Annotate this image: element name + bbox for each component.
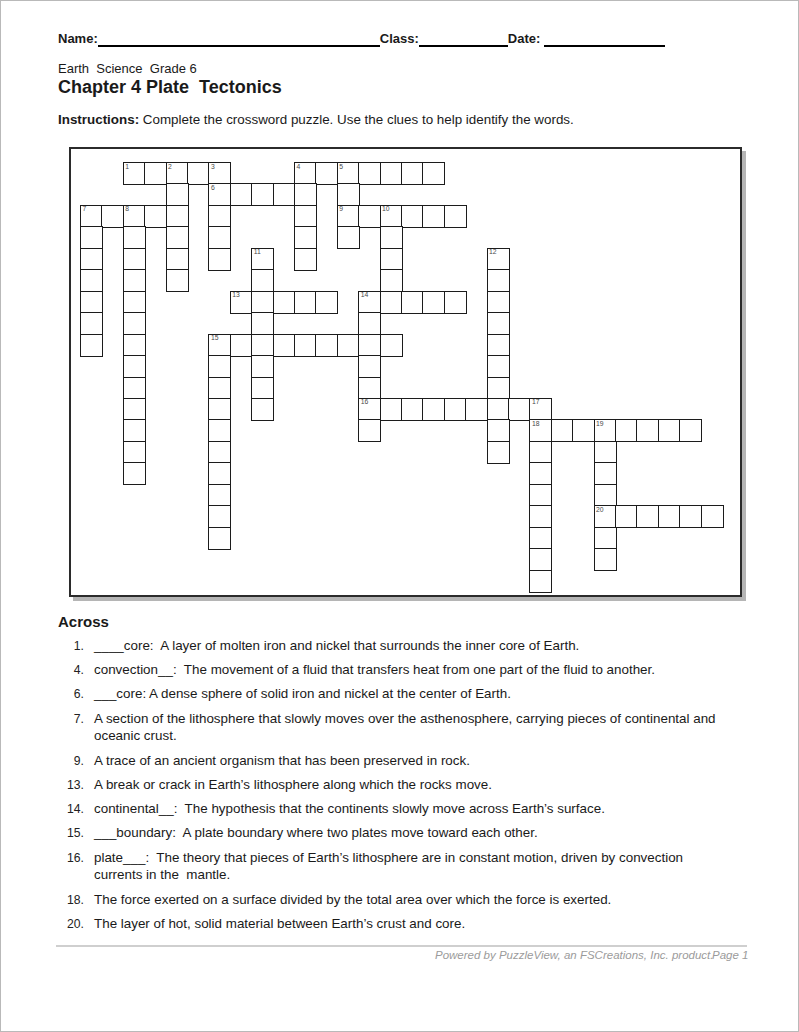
name-label: Name: — [58, 31, 98, 47]
grid-cell-r5c19[interactable] — [487, 269, 510, 292]
grid-cell-r16c24[interactable]: 20 — [594, 505, 617, 528]
grid-cell-r12c25[interactable] — [615, 419, 638, 442]
grid-cell-r8c13[interactable] — [358, 334, 381, 357]
grid-cell-r16c28[interactable] — [679, 505, 702, 528]
across-clue-13: 13.A break or crack in Earth’s lithosphe… — [58, 776, 730, 794]
grid-cell-r12c23[interactable] — [572, 419, 595, 442]
grid-cell-r13c2[interactable] — [123, 441, 146, 464]
grid-cell-r8c8[interactable] — [251, 334, 274, 357]
grid-cell-r6c7[interactable]: 13 — [230, 291, 253, 314]
grid-cell-r3c0[interactable] — [80, 226, 103, 249]
cell-number-1: 1 — [125, 164, 129, 171]
cell-number-3: 3 — [211, 164, 215, 171]
grid-cell-r6c14[interactable] — [380, 291, 403, 314]
cell-number-7: 7 — [83, 206, 87, 213]
grid-cell-r10c8[interactable] — [251, 377, 274, 400]
grid-cell-r0c3[interactable] — [144, 162, 167, 185]
grid-cell-r8c6[interactable]: 15 — [208, 334, 231, 357]
clue-number-label: 16. — [58, 850, 84, 866]
grid-cell-r12c13[interactable] — [358, 419, 381, 442]
crossword-grid: 1234567891011121314151617181920 — [69, 147, 742, 597]
grid-cell-r7c19[interactable] — [487, 312, 510, 335]
grid-cell-r5c2[interactable] — [123, 269, 146, 292]
across-clue-14: 14.continental__: The hypothesis that th… — [58, 800, 730, 818]
grid-cell-r0c16[interactable] — [422, 162, 445, 185]
instructions-label: Instructions: — [58, 112, 139, 127]
grid-cell-r6c10[interactable] — [294, 291, 317, 314]
footer-divider — [56, 945, 747, 947]
grid-cell-r7c8[interactable] — [251, 312, 274, 335]
grid-cell-r4c0[interactable] — [80, 248, 103, 271]
grid-cell-r11c21[interactable]: 17 — [529, 398, 552, 421]
grid-cell-r15c6[interactable] — [208, 484, 231, 507]
clue-text: ____core: A layer of molten iron and nic… — [94, 638, 579, 653]
grid-cell-r13c6[interactable] — [208, 441, 231, 464]
grid-cell-r9c8[interactable] — [251, 355, 274, 378]
grid-cell-r8c11[interactable] — [315, 334, 338, 357]
across-clue-9: 9.A trace of an ancient organism that ha… — [58, 752, 730, 770]
grid-cell-r16c27[interactable] — [658, 505, 681, 528]
across-clue-1: 1.____core: A layer of molten iron and n… — [58, 637, 730, 655]
grid-cell-r6c19[interactable] — [487, 291, 510, 314]
grid-cell-r5c14[interactable] — [380, 269, 403, 292]
grid-cell-r8c9[interactable] — [273, 334, 296, 357]
grid-cell-r7c2[interactable] — [123, 312, 146, 335]
grid-cell-r16c25[interactable] — [615, 505, 638, 528]
grid-cell-r2c13[interactable] — [358, 205, 381, 228]
grid-cell-r6c9[interactable] — [273, 291, 296, 314]
footer-page-number: Page 1 — [712, 949, 748, 961]
grid-cell-r9c13[interactable] — [358, 355, 381, 378]
grid-cell-r0c4[interactable]: 2 — [166, 162, 189, 185]
clue-number-label: 9. — [58, 753, 84, 769]
grid-cell-r13c24[interactable] — [594, 441, 617, 464]
clue-text: The layer of hot, solid material between… — [94, 916, 465, 931]
grid-cell-r9c19[interactable] — [487, 355, 510, 378]
cell-number-8: 8 — [125, 206, 129, 213]
grid-cell-r10c19[interactable] — [487, 377, 510, 400]
name-blank-line[interactable] — [98, 30, 380, 47]
instructions-text: Complete the crossword puzzle. Use the c… — [139, 112, 574, 127]
clue-number-label: 18. — [58, 892, 84, 908]
class-label: Class: — [380, 31, 419, 47]
worksheet-page: Name: Class: Date: Earth Science Grade 6… — [0, 0, 799, 1032]
grid-cell-r12c2[interactable] — [123, 419, 146, 442]
grid-cell-r12c22[interactable] — [551, 419, 574, 442]
grid-cell-r11c20[interactable] — [508, 398, 531, 421]
grid-cell-r2c17[interactable] — [444, 205, 467, 228]
page-title: Chapter 4 Plate Tectonics — [58, 77, 282, 98]
grid-cell-r12c19[interactable] — [487, 419, 510, 442]
grid-cell-r11c6[interactable] — [208, 398, 231, 421]
grid-cell-r5c0[interactable] — [80, 269, 103, 292]
grid-cell-r3c12[interactable] — [337, 226, 360, 249]
clue-text: A trace of an ancient organism that has … — [94, 753, 470, 768]
cell-number-5: 5 — [339, 164, 343, 171]
grid-cell-r14c21[interactable] — [529, 462, 552, 485]
grid-cell-r8c14[interactable] — [380, 334, 403, 357]
across-heading: Across — [58, 613, 109, 630]
grid-cell-r0c14[interactable] — [380, 162, 403, 185]
cell-number-20: 20 — [596, 507, 604, 514]
class-blank-line[interactable] — [419, 30, 508, 47]
clue-number-label: 13. — [58, 777, 84, 793]
grid-cell-r1c6[interactable]: 6 — [208, 183, 231, 206]
grid-cell-r17c6[interactable] — [208, 527, 231, 550]
grid-cell-r16c21[interactable] — [529, 505, 552, 528]
clue-number-label: 20. — [58, 916, 84, 932]
cell-number-13: 13 — [232, 292, 240, 299]
grid-cell-r6c15[interactable] — [401, 291, 424, 314]
clue-text: A section of the lithosphere that slowly… — [94, 711, 719, 744]
grid-cell-r2c3[interactable] — [144, 205, 167, 228]
grid-cell-r0c12[interactable]: 5 — [337, 162, 360, 185]
clue-text: plate___: The theory that pieces of Eart… — [94, 850, 687, 883]
grid-cell-r2c6[interactable] — [208, 205, 231, 228]
grid-cell-r8c7[interactable] — [230, 334, 253, 357]
across-clue-6: 6.___core: A dense sphere of solid iron … — [58, 685, 730, 703]
grid-cell-r11c18[interactable] — [465, 398, 488, 421]
cell-number-10: 10 — [382, 206, 390, 213]
cell-number-4: 4 — [297, 164, 301, 171]
grid-cell-r12c21[interactable]: 18 — [529, 419, 552, 442]
cell-number-14: 14 — [361, 292, 369, 299]
grid-cell-r4c8[interactable]: 11 — [251, 248, 274, 271]
grid-cell-r2c14[interactable]: 10 — [380, 205, 403, 228]
grid-cell-r1c8[interactable] — [251, 183, 274, 206]
grid-cell-r2c16[interactable] — [422, 205, 445, 228]
grid-cell-r9c6[interactable] — [208, 355, 231, 378]
grid-cell-r13c19[interactable] — [487, 441, 510, 464]
grid-cell-r16c6[interactable] — [208, 505, 231, 528]
grid-cell-r5c4[interactable] — [166, 269, 189, 292]
grid-cell-r4c10[interactable] — [294, 248, 317, 271]
grid-cell-r6c0[interactable] — [80, 291, 103, 314]
clue-text: A break or crack in Earth’s lithosphere … — [94, 777, 492, 792]
cell-number-9: 9 — [339, 206, 343, 213]
date-blank-line[interactable] — [544, 30, 665, 47]
name-class-date-row: Name: Class: Date: — [58, 30, 688, 47]
across-clue-4: 4.convection__: The movement of a fluid … — [58, 661, 730, 679]
grid-cell-r0c6[interactable]: 3 — [208, 162, 231, 185]
grid-cell-r14c6[interactable] — [208, 462, 231, 485]
clue-text: ___core: A dense sphere of solid iron an… — [94, 686, 511, 701]
grid-cell-r8c10[interactable] — [294, 334, 317, 357]
grid-cell-r6c8[interactable] — [251, 291, 274, 314]
grid-cell-r6c17[interactable] — [444, 291, 467, 314]
grid-cell-r8c2[interactable] — [123, 334, 146, 357]
grid-cell-r4c2[interactable] — [123, 248, 146, 271]
grid-cell-r7c0[interactable] — [80, 312, 103, 335]
instructions: Instructions: Complete the crossword puz… — [58, 112, 574, 127]
grid-cell-r1c10[interactable] — [294, 183, 317, 206]
grid-cell-r0c11[interactable] — [315, 162, 338, 185]
grid-cell-r11c15[interactable] — [401, 398, 424, 421]
grid-cell-r17c21[interactable] — [529, 527, 552, 550]
grid-cell-r16c29[interactable] — [701, 505, 724, 528]
course-subtitle: Earth Science Grade 6 — [58, 61, 197, 76]
grid-cell-r14c24[interactable] — [594, 462, 617, 485]
clue-number-label: 6. — [58, 686, 84, 702]
cell-number-15: 15 — [211, 335, 219, 342]
cell-number-18: 18 — [532, 421, 540, 428]
cell-number-19: 19 — [596, 421, 604, 428]
clue-number-label: 15. — [58, 825, 84, 841]
clue-text: The force exerted on a surface divided b… — [94, 892, 611, 907]
grid-cell-r1c4[interactable] — [166, 183, 189, 206]
grid-cell-r2c0[interactable]: 7 — [80, 205, 103, 228]
grid-cell-r0c13[interactable] — [358, 162, 381, 185]
grid-cell-r6c16[interactable] — [422, 291, 445, 314]
grid-cell-r12c27[interactable] — [658, 419, 681, 442]
grid-cell-r11c17[interactable] — [444, 398, 467, 421]
grid-cell-r13c21[interactable] — [529, 441, 552, 464]
grid-cell-r2c1[interactable] — [101, 205, 124, 228]
grid-cell-r15c24[interactable] — [594, 484, 617, 507]
grid-cell-r10c13[interactable] — [358, 377, 381, 400]
grid-cell-r11c14[interactable] — [380, 398, 403, 421]
grid-cell-r4c6[interactable] — [208, 248, 231, 271]
cell-number-2: 2 — [168, 164, 172, 171]
grid-cell-r0c15[interactable] — [401, 162, 424, 185]
grid-cell-r11c13[interactable]: 16 — [358, 398, 381, 421]
grid-cell-r3c2[interactable] — [123, 226, 146, 249]
footer-powered-by: Powered by PuzzleView, an FSCreations, I… — [435, 949, 714, 961]
grid-cell-r12c6[interactable] — [208, 419, 231, 442]
grid-cell-r1c9[interactable] — [273, 183, 296, 206]
date-label: Date: — [508, 31, 541, 47]
grid-cell-r10c2[interactable] — [123, 377, 146, 400]
clue-number-label: 14. — [58, 801, 84, 817]
grid-cell-r11c8[interactable] — [251, 398, 274, 421]
grid-cell-r3c10[interactable] — [294, 226, 317, 249]
grid-cell-r2c10[interactable] — [294, 205, 317, 228]
grid-cell-r3c4[interactable] — [166, 226, 189, 249]
grid-cell-r12c24[interactable]: 19 — [594, 419, 617, 442]
grid-cell-r6c11[interactable] — [315, 291, 338, 314]
grid-cell-r19c21[interactable] — [529, 570, 552, 593]
grid-cell-r6c2[interactable] — [123, 291, 146, 314]
clue-text: convection__: The movement of a fluid th… — [94, 662, 655, 677]
clue-number-label: 1. — [58, 638, 84, 654]
grid-cell-r18c21[interactable] — [529, 548, 552, 571]
grid-cell-r12c28[interactable] — [679, 419, 702, 442]
grid-cell-r10c6[interactable] — [208, 377, 231, 400]
across-clue-7: 7.A section of the lithosphere that slow… — [58, 710, 730, 746]
grid-cell-r11c2[interactable] — [123, 398, 146, 421]
grid-cell-r0c5[interactable] — [187, 162, 210, 185]
grid-cell-r4c4[interactable] — [166, 248, 189, 271]
grid-cell-r1c7[interactable] — [230, 183, 253, 206]
cell-number-6: 6 — [211, 185, 215, 192]
across-clue-20: 20.The layer of hot, solid material betw… — [58, 915, 730, 933]
grid-cell-r16c26[interactable] — [636, 505, 659, 528]
grid-cell-r8c19[interactable] — [487, 334, 510, 357]
across-clues-list: 1.____core: A layer of molten iron and n… — [58, 637, 730, 939]
grid-cell-r2c4[interactable] — [166, 205, 189, 228]
across-clue-16: 16.plate___: The theory that pieces of E… — [58, 849, 730, 885]
clue-text: ___boundary: A plate boundary where two … — [94, 825, 538, 840]
grid-cell-r0c2[interactable]: 1 — [123, 162, 146, 185]
cell-number-11: 11 — [254, 249, 261, 256]
grid-cell-r4c14[interactable] — [380, 248, 403, 271]
grid-cell-r18c24[interactable] — [594, 548, 617, 571]
grid-cell-r9c2[interactable] — [123, 355, 146, 378]
grid-cell-r8c12[interactable] — [337, 334, 360, 357]
grid-cell-r0c10[interactable]: 4 — [294, 162, 317, 185]
grid-cell-r8c0[interactable] — [80, 334, 103, 357]
grid-cell-r2c15[interactable] — [401, 205, 424, 228]
grid-cell-r5c8[interactable] — [251, 269, 274, 292]
clue-number-label: 4. — [58, 662, 84, 678]
grid-cell-r3c14[interactable] — [380, 226, 403, 249]
grid-cell-r15c21[interactable] — [529, 484, 552, 507]
grid-cell-r11c16[interactable] — [422, 398, 445, 421]
across-clue-18: 18.The force exerted on a surface divide… — [58, 891, 730, 909]
cell-number-12: 12 — [489, 249, 497, 256]
clue-number-label: 7. — [58, 711, 84, 727]
grid-cell-r1c12[interactable] — [337, 183, 360, 206]
across-clue-15: 15.___boundary: A plate boundary where t… — [58, 824, 730, 842]
clue-text: continental__: The hypothesis that the c… — [94, 801, 605, 816]
grid-cell-r6c13[interactable]: 14 — [358, 291, 381, 314]
grid-cell-r12c26[interactable] — [636, 419, 659, 442]
cell-number-16: 16 — [361, 399, 369, 406]
grid-cell-r11c19[interactable] — [487, 398, 510, 421]
grid-cell-r7c13[interactable] — [358, 312, 381, 335]
grid-cell-r17c24[interactable] — [594, 527, 617, 550]
grid-cell-r3c6[interactable] — [208, 226, 231, 249]
grid-cell-r14c2[interactable] — [123, 462, 146, 485]
cell-number-17: 17 — [532, 399, 540, 406]
grid-cell-r2c12[interactable]: 9 — [337, 205, 360, 228]
grid-cell-r2c2[interactable]: 8 — [123, 205, 146, 228]
grid-cell-r4c19[interactable]: 12 — [487, 248, 510, 271]
